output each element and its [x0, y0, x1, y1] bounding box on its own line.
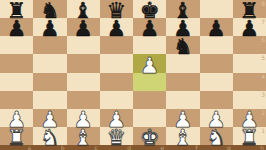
square-h1[interactable]: ♜1: [233, 127, 266, 145]
white-bishop-c1[interactable]: ♝: [73, 127, 93, 149]
square-d1[interactable]: ♛: [100, 127, 133, 145]
square-c5[interactable]: [67, 54, 100, 72]
square-a4[interactable]: [0, 73, 33, 91]
rank-label-5: 5: [261, 54, 265, 61]
rank-label-3: 3: [261, 91, 265, 98]
square-d4[interactable]: [100, 73, 133, 91]
square-e3[interactable]: [133, 91, 166, 109]
white-queen-d1[interactable]: ♛: [107, 127, 127, 149]
square-b4[interactable]: [33, 73, 66, 91]
square-g4[interactable]: [200, 73, 233, 91]
square-a5[interactable]: [0, 54, 33, 72]
square-f1[interactable]: ♝: [166, 127, 199, 145]
black-pawn-h7[interactable]: ♟: [240, 18, 260, 40]
chess-board: ♜♞♝♛♚♝♜8♟♟♟♟♟♟♟♟7♞6♟543♟♟♟♟♟♟♟2♜♞♝♛♚♝♞♜1: [0, 0, 266, 145]
square-c4[interactable]: [67, 73, 100, 91]
square-g7[interactable]: ♟: [200, 18, 233, 36]
square-e5[interactable]: ♟: [133, 54, 166, 72]
square-e1[interactable]: ♚: [133, 127, 166, 145]
square-b7[interactable]: ♟: [33, 18, 66, 36]
square-d7[interactable]: ♟: [100, 18, 133, 36]
white-bishop-f1[interactable]: ♝: [173, 127, 193, 149]
square-g1[interactable]: ♞: [200, 127, 233, 145]
square-e7[interactable]: ♟: [133, 18, 166, 36]
rank-label-6: 6: [261, 36, 265, 43]
square-f4[interactable]: [166, 73, 199, 91]
rank-label-4: 4: [261, 73, 265, 80]
white-knight-b1[interactable]: ♞: [40, 127, 60, 149]
rank-label-1: 1: [261, 127, 265, 134]
square-b1[interactable]: ♞: [33, 127, 66, 145]
black-pawn-g7[interactable]: ♟: [206, 18, 226, 40]
white-rook-a1[interactable]: ♜: [7, 127, 27, 149]
rank-label-7: 7: [261, 18, 265, 25]
black-pawn-b7[interactable]: ♟: [40, 18, 60, 40]
square-h4[interactable]: 4: [233, 73, 266, 91]
square-h7[interactable]: ♟7: [233, 18, 266, 36]
white-king-e1[interactable]: ♚: [140, 127, 160, 149]
square-a1[interactable]: ♜: [0, 127, 33, 145]
square-c1[interactable]: ♝: [67, 127, 100, 145]
chess-app: ♜♞♝♛♚♝♜8♟♟♟♟♟♟♟♟7♞6♟543♟♟♟♟♟♟♟2♜♞♝♛♚♝♞♜1…: [0, 0, 266, 150]
black-pawn-d7[interactable]: ♟: [107, 18, 127, 40]
square-a7[interactable]: ♟: [0, 18, 33, 36]
square-b5[interactable]: [33, 54, 66, 72]
rank-label-8: 8: [261, 0, 265, 7]
square-h5[interactable]: 5: [233, 54, 266, 72]
square-c7[interactable]: ♟: [67, 18, 100, 36]
square-f6[interactable]: ♞: [166, 36, 199, 54]
black-knight-f6[interactable]: ♞: [173, 36, 193, 58]
white-rook-h1[interactable]: ♜: [240, 127, 260, 149]
square-d5[interactable]: [100, 54, 133, 72]
black-pawn-e7[interactable]: ♟: [140, 18, 160, 40]
black-pawn-a7[interactable]: ♟: [7, 18, 27, 40]
white-pawn-e5[interactable]: ♟: [140, 55, 160, 77]
rank-label-2: 2: [261, 109, 265, 116]
black-pawn-c7[interactable]: ♟: [73, 18, 93, 40]
square-g5[interactable]: [200, 54, 233, 72]
white-knight-g1[interactable]: ♞: [206, 127, 226, 149]
